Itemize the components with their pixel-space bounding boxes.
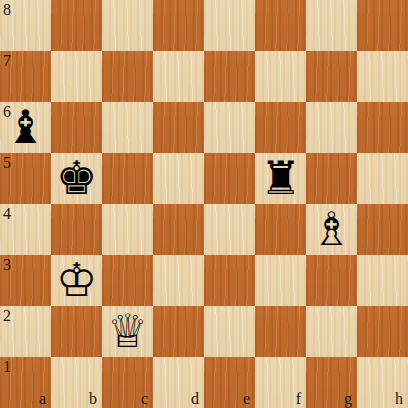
file-label-d: d [191, 391, 199, 407]
square-f3[interactable] [255, 255, 306, 306]
square-h1[interactable]: h [357, 357, 408, 408]
piece-black-rook[interactable]: ♜ [260, 153, 301, 204]
square-d3[interactable] [153, 255, 204, 306]
piece-black-bishop[interactable]: ♝ [5, 102, 46, 153]
square-g2[interactable] [306, 306, 357, 357]
square-g8[interactable] [306, 0, 357, 51]
file-label-f: f [296, 391, 301, 407]
square-h7[interactable] [357, 51, 408, 102]
piece-white-king[interactable]: ♔ [56, 255, 97, 306]
file-label-e: e [243, 391, 250, 407]
square-f5[interactable]: ♜ [255, 153, 306, 204]
square-h4[interactable] [357, 204, 408, 255]
square-a5[interactable]: 5 [0, 153, 51, 204]
square-h3[interactable] [357, 255, 408, 306]
square-d1[interactable]: d [153, 357, 204, 408]
square-e6[interactable] [204, 102, 255, 153]
square-a4[interactable]: 4 [0, 204, 51, 255]
file-label-a: a [39, 391, 46, 407]
square-f4[interactable] [255, 204, 306, 255]
square-b5[interactable]: ♚ [51, 153, 102, 204]
square-a2[interactable]: 2 [0, 306, 51, 357]
square-h8[interactable] [357, 0, 408, 51]
square-b7[interactable] [51, 51, 102, 102]
square-f6[interactable] [255, 102, 306, 153]
square-f2[interactable] [255, 306, 306, 357]
rank-label-8: 8 [3, 2, 11, 18]
rank-label-2: 2 [3, 308, 11, 324]
square-f1[interactable]: f [255, 357, 306, 408]
square-d8[interactable] [153, 0, 204, 51]
square-h6[interactable] [357, 102, 408, 153]
square-g6[interactable] [306, 102, 357, 153]
file-label-g: g [344, 391, 352, 407]
square-e2[interactable] [204, 306, 255, 357]
square-a8[interactable]: 8 [0, 0, 51, 51]
square-c5[interactable] [102, 153, 153, 204]
rank-label-5: 5 [3, 155, 11, 171]
square-g3[interactable] [306, 255, 357, 306]
square-a1[interactable]: 1a [0, 357, 51, 408]
square-e8[interactable] [204, 0, 255, 51]
rank-label-4: 4 [3, 206, 11, 222]
piece-white-bishop[interactable]: ♗ [311, 204, 352, 255]
square-d4[interactable] [153, 204, 204, 255]
square-c7[interactable] [102, 51, 153, 102]
piece-white-queen[interactable]: ♕ [107, 306, 148, 357]
square-e4[interactable] [204, 204, 255, 255]
rank-label-3: 3 [3, 257, 11, 273]
square-d6[interactable] [153, 102, 204, 153]
piece-black-king[interactable]: ♚ [56, 153, 97, 204]
square-g4[interactable]: ♗ [306, 204, 357, 255]
square-b8[interactable] [51, 0, 102, 51]
rank-label-7: 7 [3, 53, 11, 69]
square-c3[interactable] [102, 255, 153, 306]
square-b2[interactable] [51, 306, 102, 357]
file-label-c: c [141, 391, 148, 407]
square-g7[interactable] [306, 51, 357, 102]
square-c8[interactable] [102, 0, 153, 51]
square-d2[interactable] [153, 306, 204, 357]
square-f7[interactable] [255, 51, 306, 102]
file-label-b: b [89, 391, 97, 407]
square-c1[interactable]: c [102, 357, 153, 408]
square-a7[interactable]: 7 [0, 51, 51, 102]
square-c2[interactable]: ♕ [102, 306, 153, 357]
square-d5[interactable] [153, 153, 204, 204]
square-b1[interactable]: b [51, 357, 102, 408]
rank-label-1: 1 [3, 359, 11, 375]
square-c4[interactable] [102, 204, 153, 255]
chess-board: 876♝5♚♜4♗3♔2♕1abcdefgh [0, 0, 408, 408]
square-e1[interactable]: e [204, 357, 255, 408]
square-a6[interactable]: 6♝ [0, 102, 51, 153]
square-b4[interactable] [51, 204, 102, 255]
square-e5[interactable] [204, 153, 255, 204]
square-h2[interactable] [357, 306, 408, 357]
square-g5[interactable] [306, 153, 357, 204]
square-g1[interactable]: g [306, 357, 357, 408]
square-d7[interactable] [153, 51, 204, 102]
square-a3[interactable]: 3 [0, 255, 51, 306]
square-b3[interactable]: ♔ [51, 255, 102, 306]
square-e3[interactable] [204, 255, 255, 306]
chess-board-container: 876♝5♚♜4♗3♔2♕1abcdefgh [0, 0, 408, 408]
file-label-h: h [395, 391, 403, 407]
square-f8[interactable] [255, 0, 306, 51]
square-c6[interactable] [102, 102, 153, 153]
square-e7[interactable] [204, 51, 255, 102]
rank-label-6: 6 [3, 104, 11, 120]
square-b6[interactable] [51, 102, 102, 153]
square-h5[interactable] [357, 153, 408, 204]
